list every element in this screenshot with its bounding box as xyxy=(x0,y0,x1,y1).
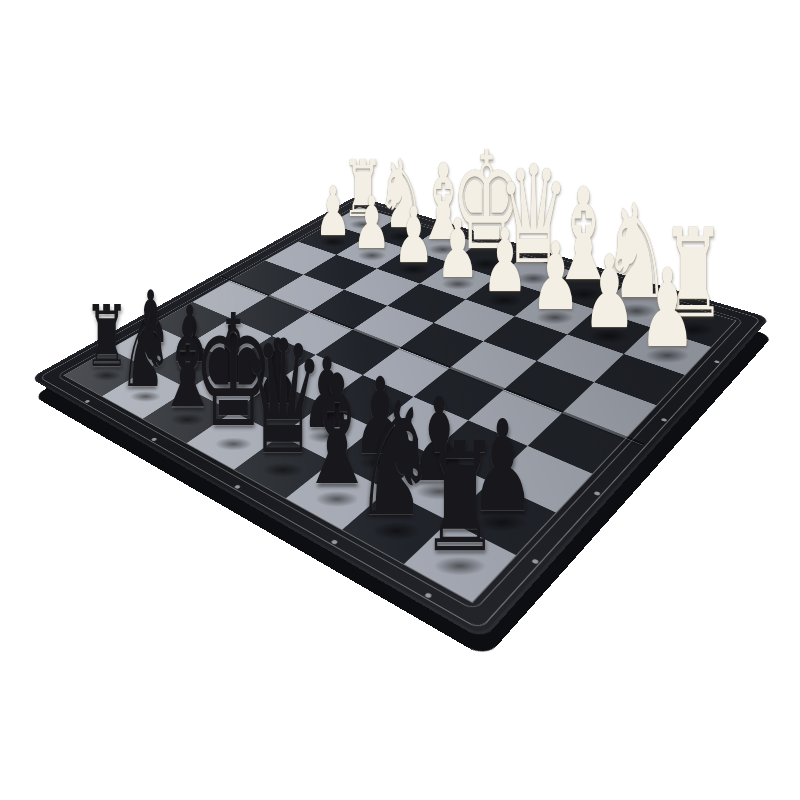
rivet-dot xyxy=(593,491,601,496)
rivet-dot xyxy=(151,437,158,441)
piece-white-pawn[interactable]: ♟ xyxy=(528,229,583,323)
rivet-dot xyxy=(661,418,668,422)
rivet-dot xyxy=(84,400,90,404)
rivet-dot xyxy=(234,484,241,489)
piece-black-rook[interactable]: ♜ xyxy=(415,423,504,574)
piece-white-pawn[interactable]: ♟ xyxy=(580,241,640,342)
rivet-dot xyxy=(531,558,539,564)
rivet-dot xyxy=(331,539,339,545)
photo-stage: ♜♞♝♛♚♝♞♜♟♟♟♟♟♟♟♟♟♟♟♟♟♟♟♟♜♞♝♛♚♝♞♜ xyxy=(0,0,800,800)
rivet-dot xyxy=(424,592,433,598)
piece-white-pawn[interactable]: ♟ xyxy=(433,207,481,289)
piece-white-pawn[interactable]: ♟ xyxy=(351,187,394,259)
piece-white-pawn[interactable]: ♟ xyxy=(635,254,699,362)
piece-white-pawn[interactable]: ♟ xyxy=(479,218,531,306)
piece-white-pawn[interactable]: ♟ xyxy=(391,197,436,274)
rivet-dot xyxy=(714,360,721,364)
piece-white-pawn[interactable]: ♟ xyxy=(313,178,353,246)
